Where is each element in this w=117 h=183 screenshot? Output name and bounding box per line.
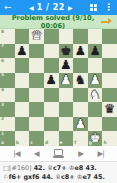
- square-e2[interactable]: [59, 117, 74, 132]
- square-c8[interactable]: ♛: [29, 29, 44, 44]
- file-label-e: e: [60, 141, 63, 146]
- square-a4[interactable]: 4: [0, 88, 15, 103]
- square-a3[interactable]: 3: [0, 102, 15, 117]
- previous-puzzle-icon[interactable]: ◀: [29, 5, 34, 11]
- square-g4[interactable]: ♞: [88, 88, 103, 103]
- square-c1[interactable]: c: [29, 131, 44, 146]
- square-h2[interactable]: [102, 117, 117, 132]
- rank-label-4: 4: [1, 88, 4, 93]
- square-d2[interactable]: [44, 117, 59, 132]
- puzzle-id: □[#160]: [3, 164, 32, 172]
- puzzle-counter: 1 / 22: [37, 3, 65, 12]
- square-b5[interactable]: [15, 73, 30, 88]
- square-b1[interactable]: b: [15, 131, 30, 146]
- square-c6[interactable]: [29, 58, 44, 73]
- rank-label-8: 8: [1, 30, 4, 35]
- square-e5[interactable]: ♟: [59, 73, 74, 88]
- white-king: ♚: [89, 132, 100, 145]
- black-king: ♚: [60, 44, 71, 57]
- square-a2[interactable]: 2: [0, 117, 15, 132]
- rank-label-1: 1: [1, 132, 4, 137]
- white-queen: ♛: [31, 30, 42, 43]
- puzzle-navigation: ◀ 1 / 22 ▶: [12, 3, 90, 12]
- square-b3[interactable]: [15, 102, 30, 117]
- square-a7[interactable]: 7: [0, 44, 15, 59]
- notation-panel: □[#160] 42. ♕c7+ ♔e8 43. ♘f6+ gxf6 44. ♕…: [0, 162, 117, 183]
- square-e3[interactable]: [59, 102, 74, 117]
- next-arrow-icon[interactable]: [101, 18, 112, 25]
- grid-view-icon[interactable]: [90, 4, 97, 11]
- square-c2[interactable]: [29, 117, 44, 132]
- black-pawn: ♟: [60, 59, 71, 72]
- square-d1[interactable]: d: [44, 131, 59, 146]
- chess-board[interactable]: 8♛7♟♚♟♟6♟5♟♟♞♟4♞3♛2♟1abcdefg♚h: [0, 29, 117, 146]
- square-b7[interactable]: ♟: [15, 44, 30, 59]
- back-arrow-icon[interactable]: ←: [4, 3, 12, 12]
- rank-label-5: 5: [1, 73, 4, 78]
- square-b6[interactable]: [15, 58, 30, 73]
- black-pawn: ♟: [46, 73, 57, 86]
- square-f1[interactable]: f: [73, 131, 88, 146]
- file-label-d: d: [45, 141, 48, 146]
- square-g1[interactable]: g♚: [88, 131, 103, 146]
- overflow-menu-icon[interactable]: ⋮: [104, 3, 113, 12]
- black-queen: ♛: [104, 103, 115, 116]
- square-d3[interactable]: [44, 102, 59, 117]
- file-label-h: h: [103, 141, 106, 146]
- rank-label-3: 3: [1, 103, 4, 108]
- square-f2[interactable]: ♟: [73, 117, 88, 132]
- previous-move-button[interactable]: ◀: [34, 150, 39, 158]
- square-f4[interactable]: [73, 88, 88, 103]
- file-label-f: f: [74, 141, 76, 146]
- square-e1[interactable]: e: [59, 131, 74, 146]
- next-move-button[interactable]: ▶: [78, 150, 83, 158]
- square-h8[interactable]: [102, 29, 117, 44]
- rank-label-6: 6: [1, 59, 4, 64]
- file-label-a: a: [1, 141, 4, 146]
- status-banner: Problem solved (9/10, 00:06): [0, 15, 117, 29]
- square-a5[interactable]: 5: [0, 73, 15, 88]
- last-move-button[interactable]: ▶|: [97, 150, 103, 158]
- square-f7[interactable]: ♟: [73, 44, 88, 59]
- square-f5[interactable]: ♞: [73, 73, 88, 88]
- square-h5[interactable]: [102, 73, 117, 88]
- white-pawn: ♟: [60, 73, 71, 86]
- square-d5[interactable]: ♟: [44, 73, 59, 88]
- square-b2[interactable]: [15, 117, 30, 132]
- square-d8[interactable]: [44, 29, 59, 44]
- file-label-c: c: [30, 141, 33, 146]
- square-h7[interactable]: [102, 44, 117, 59]
- square-c5[interactable]: [29, 73, 44, 88]
- next-puzzle-icon[interactable]: ▶: [68, 5, 73, 11]
- black-pawn: ♟: [89, 44, 100, 57]
- square-a8[interactable]: 8: [0, 29, 15, 44]
- square-e4[interactable]: [59, 88, 74, 103]
- square-g7[interactable]: ♟: [88, 44, 103, 59]
- square-d7[interactable]: [44, 44, 59, 59]
- analysis-board-icon[interactable]: [53, 149, 64, 158]
- rank-label-7: 7: [1, 44, 4, 49]
- move-toolbar: |◀ ◀ ▶ ▶|: [0, 146, 117, 162]
- status-text: Problem solved (9/10, 00:06): [5, 14, 101, 30]
- rank-label-2: 2: [1, 117, 4, 122]
- square-d4[interactable]: [44, 88, 59, 103]
- black-pawn: ♟: [75, 44, 86, 57]
- file-label-b: b: [16, 141, 19, 146]
- square-a6[interactable]: 6: [0, 58, 15, 73]
- white-knight: ♞: [89, 88, 100, 101]
- black-pawn: ♟: [16, 44, 27, 57]
- square-h6[interactable]: [102, 58, 117, 73]
- white-pawn: ♟: [89, 73, 100, 86]
- black-knight: ♞: [75, 73, 86, 86]
- square-a1[interactable]: 1a: [0, 131, 15, 146]
- square-c7[interactable]: [29, 44, 44, 59]
- square-b4[interactable]: [15, 88, 30, 103]
- first-move-button[interactable]: |◀: [13, 150, 19, 158]
- square-h3[interactable]: ♛: [102, 102, 117, 117]
- square-c4[interactable]: [29, 88, 44, 103]
- square-g3[interactable]: [88, 102, 103, 117]
- square-h1[interactable]: h: [102, 131, 117, 146]
- white-pawn: ♟: [75, 117, 86, 130]
- square-c3[interactable]: [29, 102, 44, 117]
